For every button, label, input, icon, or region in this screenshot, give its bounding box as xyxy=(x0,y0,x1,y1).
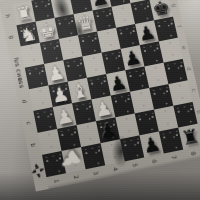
white-pawn-c2: ♟ xyxy=(54,105,75,127)
white-knight-g1: ♞ xyxy=(18,24,39,46)
chess-board: US CHESS ♞♞♞♞ hgfedcba hgfedcba 12345678… xyxy=(0,0,200,191)
chessboard-grid: ♜♟♞♚♛♚♟♟♟♟♝♟♟♟♟♟♟♜ xyxy=(12,0,200,177)
square-a8: ♜ xyxy=(178,124,200,150)
white-rook-h1: ♜ xyxy=(14,3,35,25)
white-pawn-e2: ♟ xyxy=(45,62,66,84)
black-rook-a8: ♜ xyxy=(180,126,200,149)
photo-scene: US CHESS ♞♞♞♞ hgfedcba hgfedcba 12345678… xyxy=(0,0,200,200)
white-king-g2: ♚ xyxy=(37,20,58,42)
white-pawn-d2: ♟ xyxy=(50,84,71,106)
